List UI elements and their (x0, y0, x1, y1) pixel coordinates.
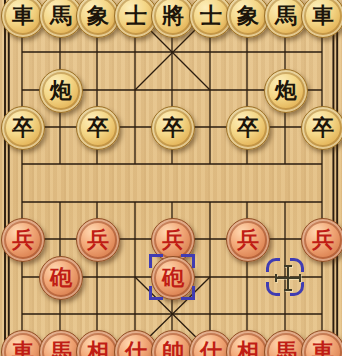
crosshair-part (275, 274, 277, 282)
crosshair-part (284, 265, 292, 267)
selection-brackets-corner (181, 286, 195, 300)
crosshair-part (284, 289, 292, 291)
selection-brackets-corner (149, 286, 163, 300)
crosshair-cursor-icon (274, 264, 302, 292)
selection-brackets (149, 254, 195, 300)
selection-brackets-corner (149, 254, 163, 268)
markers-layer (0, 0, 342, 356)
crosshair-part (299, 274, 301, 282)
selection-brackets-corner (181, 254, 195, 268)
crosshair-part (277, 277, 299, 279)
xiangqi-board: 車馬象士將士象馬車炮炮卒卒卒卒卒兵兵兵兵兵砲砲車馬相仕帥仕相馬車 (0, 0, 342, 356)
